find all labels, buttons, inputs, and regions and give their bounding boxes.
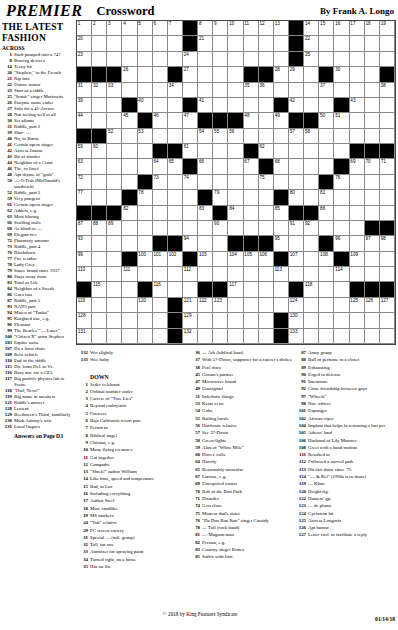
grid-cell[interactable]: 130	[289, 313, 304, 328]
grid-cell[interactable]	[244, 98, 259, 113]
grid-cell[interactable]: 87	[77, 221, 92, 236]
grid-cell[interactable]: 106	[259, 252, 274, 267]
grid-cell[interactable]: 25	[304, 52, 319, 67]
grid-cell[interactable]	[289, 83, 304, 98]
grid-cell[interactable]	[350, 267, 365, 282]
grid-cell[interactable]: 125	[350, 298, 365, 313]
grid-cell[interactable]	[380, 329, 395, 344]
grid-cell[interactable]: 93	[77, 236, 92, 251]
crossword-grid[interactable]: 1234567891011121314151617181920212223242…	[76, 20, 396, 345]
grid-cell[interactable]: 23	[77, 52, 92, 67]
grid-cell[interactable]: 79	[213, 190, 228, 205]
grid-cell[interactable]	[289, 175, 304, 190]
grid-cell[interactable]: 35	[244, 83, 259, 98]
grid-cell[interactable]: 81	[319, 190, 334, 205]
grid-cell[interactable]	[365, 313, 380, 328]
grid-cell[interactable]	[365, 206, 380, 221]
grid-cell[interactable]: 21	[198, 36, 213, 51]
grid-cell[interactable]	[138, 52, 153, 67]
grid-cell[interactable]	[228, 83, 243, 98]
grid-cell[interactable]	[365, 98, 380, 113]
grid-cell[interactable]: 15	[319, 21, 334, 36]
grid-cell[interactable]	[228, 159, 243, 174]
grid-cell[interactable]: 91	[289, 221, 304, 236]
grid-cell[interactable]	[289, 144, 304, 159]
grid-cell[interactable]	[122, 329, 137, 344]
grid-cell[interactable]: 88	[92, 221, 107, 236]
grid-cell[interactable]: 112	[183, 267, 198, 282]
grid-cell[interactable]	[304, 67, 319, 82]
grid-cell[interactable]: 127	[380, 298, 395, 313]
grid-cell[interactable]	[228, 267, 243, 282]
grid-cell[interactable]: 26	[122, 67, 137, 82]
grid-cell[interactable]	[92, 267, 107, 282]
grid-cell[interactable]	[198, 236, 213, 251]
grid-cell[interactable]	[168, 206, 183, 221]
grid-cell[interactable]	[107, 329, 122, 344]
grid-cell[interactable]	[350, 313, 365, 328]
grid-cell[interactable]: 33	[107, 83, 122, 98]
grid-cell[interactable]	[259, 52, 274, 67]
grid-cell[interactable]: 27	[183, 67, 198, 82]
grid-cell[interactable]	[304, 252, 319, 267]
grid-cell[interactable]	[107, 175, 122, 190]
grid-cell[interactable]	[319, 282, 334, 297]
grid-cell[interactable]	[304, 313, 319, 328]
grid-cell[interactable]	[168, 267, 183, 282]
grid-cell[interactable]: 3	[107, 21, 122, 36]
grid-cell[interactable]: 34	[168, 83, 183, 98]
grid-cell[interactable]	[92, 236, 107, 251]
grid-cell[interactable]	[183, 221, 198, 236]
grid-cell[interactable]	[304, 298, 319, 313]
grid-cell[interactable]	[122, 236, 137, 251]
grid-cell[interactable]	[213, 267, 228, 282]
grid-cell[interactable]: 53	[138, 129, 153, 144]
grid-cell[interactable]: 94	[183, 236, 198, 251]
grid-cell[interactable]: 133	[289, 329, 304, 344]
grid-cell[interactable]: 103	[198, 252, 213, 267]
grid-cell[interactable]	[304, 236, 319, 251]
grid-cell[interactable]: 11	[244, 21, 259, 36]
grid-cell[interactable]	[183, 129, 198, 144]
grid-cell[interactable]	[334, 36, 349, 51]
grid-cell[interactable]: 116	[153, 282, 168, 297]
grid-cell[interactable]	[334, 282, 349, 297]
grid-cell[interactable]	[380, 98, 395, 113]
grid-cell[interactable]: 132	[183, 329, 198, 344]
grid-cell[interactable]	[198, 175, 213, 190]
grid-cell[interactable]	[153, 206, 168, 221]
grid-cell[interactable]	[153, 329, 168, 344]
grid-cell[interactable]	[380, 206, 395, 221]
grid-cell[interactable]: 41	[198, 98, 213, 113]
grid-cell[interactable]	[365, 190, 380, 205]
grid-cell[interactable]	[183, 206, 198, 221]
grid-cell[interactable]	[259, 190, 274, 205]
grid-cell[interactable]	[350, 36, 365, 51]
grid-cell[interactable]	[365, 252, 380, 267]
grid-cell[interactable]	[319, 221, 334, 236]
grid-cell[interactable]: 57	[289, 129, 304, 144]
grid-cell[interactable]	[228, 36, 243, 51]
grid-cell[interactable]	[153, 98, 168, 113]
grid-cell[interactable]: 69	[350, 159, 365, 174]
grid-cell[interactable]: 95	[274, 236, 289, 251]
grid-cell[interactable]	[365, 175, 380, 190]
grid-cell[interactable]: 55	[213, 129, 228, 144]
grid-cell[interactable]	[244, 175, 259, 190]
grid-cell[interactable]: 83	[198, 206, 213, 221]
grid-cell[interactable]	[334, 144, 349, 159]
grid-cell[interactable]: 117	[228, 282, 243, 297]
grid-cell[interactable]	[365, 36, 380, 51]
grid-cell[interactable]	[168, 52, 183, 67]
grid-cell[interactable]: 47	[183, 113, 198, 128]
grid-cell[interactable]	[198, 83, 213, 98]
grid-cell[interactable]	[350, 67, 365, 82]
grid-cell[interactable]: 84	[228, 206, 243, 221]
grid-cell[interactable]: 121	[183, 298, 198, 313]
grid-cell[interactable]: 108	[319, 252, 334, 267]
grid-cell[interactable]: 12	[259, 21, 274, 36]
grid-cell[interactable]: 104	[228, 252, 243, 267]
grid-cell[interactable]: 32	[92, 83, 107, 98]
grid-cell[interactable]	[153, 298, 168, 313]
grid-cell[interactable]	[304, 83, 319, 98]
grid-cell[interactable]: 65	[168, 159, 183, 174]
grid-cell[interactable]	[107, 190, 122, 205]
grid-cell[interactable]	[319, 144, 334, 159]
grid-cell[interactable]: 124	[289, 298, 304, 313]
grid-cell[interactable]: 107	[289, 252, 304, 267]
grid-cell[interactable]	[213, 159, 228, 174]
grid-cell[interactable]: 77	[77, 190, 92, 205]
grid-cell[interactable]	[228, 190, 243, 205]
grid-cell[interactable]	[259, 282, 274, 297]
grid-cell[interactable]	[289, 236, 304, 251]
grid-cell[interactable]	[319, 98, 334, 113]
grid-cell[interactable]	[92, 252, 107, 267]
grid-cell[interactable]	[153, 36, 168, 51]
grid-cell[interactable]	[350, 221, 365, 236]
grid-cell[interactable]	[213, 313, 228, 328]
grid-cell[interactable]	[168, 36, 183, 51]
grid-cell[interactable]	[380, 267, 395, 282]
grid-cell[interactable]	[259, 221, 274, 236]
grid-cell[interactable]: 45	[122, 113, 137, 128]
grid-cell[interactable]: 46	[153, 113, 168, 128]
grid-cell[interactable]	[259, 113, 274, 128]
grid-cell[interactable]	[334, 313, 349, 328]
grid-cell[interactable]: 100	[138, 252, 153, 267]
grid-cell[interactable]	[380, 52, 395, 67]
grid-cell[interactable]: 98	[380, 236, 395, 251]
grid-cell[interactable]	[380, 175, 395, 190]
grid-cell[interactable]	[274, 298, 289, 313]
grid-cell[interactable]	[274, 221, 289, 236]
grid-cell[interactable]	[138, 83, 153, 98]
grid-cell[interactable]	[304, 329, 319, 344]
grid-cell[interactable]: 96	[334, 236, 349, 251]
grid-cell[interactable]	[107, 52, 122, 67]
grid-cell[interactable]	[244, 267, 259, 282]
grid-cell[interactable]	[350, 83, 365, 98]
grid-cell[interactable]	[183, 190, 198, 205]
grid-cell[interactable]	[122, 83, 137, 98]
grid-cell[interactable]	[244, 206, 259, 221]
grid-cell[interactable]	[365, 129, 380, 144]
grid-cell[interactable]: 2	[92, 21, 107, 36]
grid-cell[interactable]	[274, 52, 289, 67]
grid-cell[interactable]: 85	[274, 206, 289, 221]
grid-cell[interactable]: 102	[168, 252, 183, 267]
grid-cell[interactable]	[350, 52, 365, 67]
grid-cell[interactable]	[380, 190, 395, 205]
grid-cell[interactable]	[365, 52, 380, 67]
grid-cell[interactable]: 28	[274, 67, 289, 82]
grid-cell[interactable]	[289, 267, 304, 282]
grid-cell[interactable]	[107, 36, 122, 51]
grid-cell[interactable]	[122, 129, 137, 144]
grid-cell[interactable]	[153, 221, 168, 236]
grid-cell[interactable]	[153, 267, 168, 282]
grid-cell[interactable]: 86	[319, 206, 334, 221]
grid-cell[interactable]	[198, 52, 213, 67]
grid-cell[interactable]: 49	[274, 113, 289, 128]
grid-cell[interactable]	[92, 159, 107, 174]
grid-cell[interactable]: 56	[228, 129, 243, 144]
grid-cell[interactable]	[122, 159, 137, 174]
grid-cell[interactable]	[259, 129, 274, 144]
grid-cell[interactable]: 66	[198, 159, 213, 174]
grid-cell[interactable]	[198, 313, 213, 328]
grid-cell[interactable]	[198, 67, 213, 82]
grid-cell[interactable]: 74	[183, 175, 198, 190]
grid-cell[interactable]	[350, 129, 365, 144]
grid-cell[interactable]: 68	[274, 159, 289, 174]
grid-cell[interactable]	[319, 298, 334, 313]
grid-cell[interactable]	[153, 190, 168, 205]
grid-cell[interactable]	[92, 175, 107, 190]
grid-cell[interactable]	[138, 159, 153, 174]
grid-cell[interactable]: 61	[183, 144, 198, 159]
grid-cell[interactable]	[168, 175, 183, 190]
grid-cell[interactable]	[334, 298, 349, 313]
grid-cell[interactable]	[107, 98, 122, 113]
grid-cell[interactable]: 76	[334, 175, 349, 190]
grid-cell[interactable]	[228, 175, 243, 190]
grid-cell[interactable]	[122, 313, 137, 328]
grid-cell[interactable]	[259, 36, 274, 51]
grid-cell[interactable]: 5	[138, 21, 153, 36]
grid-cell[interactable]: 13	[274, 21, 289, 36]
grid-cell[interactable]	[319, 52, 334, 67]
grid-cell[interactable]	[122, 36, 137, 51]
grid-cell[interactable]	[319, 129, 334, 144]
grid-cell[interactable]: 51	[334, 113, 349, 128]
grid-cell[interactable]	[107, 159, 122, 174]
grid-cell[interactable]: 64	[153, 159, 168, 174]
grid-cell[interactable]: 19	[380, 21, 395, 36]
grid-cell[interactable]: 22	[304, 36, 319, 51]
grid-cell[interactable]: 99	[77, 252, 92, 267]
grid-cell[interactable]	[92, 313, 107, 328]
grid-cell[interactable]	[334, 52, 349, 67]
grid-cell[interactable]: 110	[77, 267, 92, 282]
grid-cell[interactable]	[274, 129, 289, 144]
grid-cell[interactable]	[380, 252, 395, 267]
grid-cell[interactable]	[107, 298, 122, 313]
grid-cell[interactable]: 7	[168, 21, 183, 36]
grid-cell[interactable]	[213, 83, 228, 98]
grid-cell[interactable]: 30	[334, 67, 349, 82]
grid-cell[interactable]	[198, 144, 213, 159]
grid-cell[interactable]: 75	[259, 175, 274, 190]
grid-cell[interactable]	[92, 36, 107, 51]
grid-cell[interactable]	[334, 190, 349, 205]
grid-cell[interactable]	[198, 221, 213, 236]
grid-cell[interactable]	[122, 52, 137, 67]
grid-cell[interactable]	[213, 175, 228, 190]
grid-cell[interactable]	[334, 129, 349, 144]
grid-cell[interactable]	[244, 298, 259, 313]
grid-cell[interactable]: 122	[198, 298, 213, 313]
grid-cell[interactable]: 105	[244, 252, 259, 267]
grid-cell[interactable]	[350, 329, 365, 344]
grid-cell[interactable]	[350, 113, 365, 128]
grid-cell[interactable]	[228, 144, 243, 159]
grid-cell[interactable]	[319, 36, 334, 51]
grid-cell[interactable]: 62	[259, 144, 274, 159]
grid-cell[interactable]: 4	[122, 21, 137, 36]
grid-cell[interactable]: 119	[77, 298, 92, 313]
grid-cell[interactable]	[213, 36, 228, 51]
grid-cell[interactable]: 90	[213, 221, 228, 236]
grid-cell[interactable]	[138, 236, 153, 251]
grid-cell[interactable]	[304, 144, 319, 159]
grid-cell[interactable]: 129	[183, 313, 198, 328]
grid-cell[interactable]	[244, 282, 259, 297]
grid-cell[interactable]	[304, 175, 319, 190]
grid-cell[interactable]	[122, 221, 137, 236]
grid-cell[interactable]: 31	[77, 83, 92, 98]
grid-cell[interactable]	[138, 36, 153, 51]
grid-cell[interactable]	[122, 175, 137, 190]
grid-cell[interactable]	[259, 313, 274, 328]
grid-cell[interactable]: 89	[107, 221, 122, 236]
grid-cell[interactable]	[319, 159, 334, 174]
grid-cell[interactable]: 40	[138, 98, 153, 113]
grid-cell[interactable]	[153, 83, 168, 98]
grid-cell[interactable]	[153, 313, 168, 328]
grid-cell[interactable]: 42	[289, 98, 304, 113]
grid-cell[interactable]	[365, 329, 380, 344]
grid-cell[interactable]	[274, 36, 289, 51]
grid-cell[interactable]	[228, 52, 243, 67]
grid-cell[interactable]: 24	[183, 52, 198, 67]
grid-cell[interactable]	[274, 175, 289, 190]
grid-cell[interactable]: 63	[77, 159, 92, 174]
grid-cell[interactable]: 111	[122, 267, 137, 282]
grid-cell[interactable]	[365, 267, 380, 282]
grid-cell[interactable]: 67	[244, 159, 259, 174]
grid-cell[interactable]	[198, 329, 213, 344]
grid-cell[interactable]	[122, 298, 137, 313]
grid-cell[interactable]	[153, 67, 168, 82]
grid-cell[interactable]	[380, 313, 395, 328]
grid-cell[interactable]	[304, 190, 319, 205]
grid-cell[interactable]	[228, 298, 243, 313]
grid-cell[interactable]	[228, 98, 243, 113]
grid-cell[interactable]	[122, 282, 137, 297]
grid-cell[interactable]	[168, 129, 183, 144]
grid-cell[interactable]: 8	[198, 21, 213, 36]
grid-cell[interactable]	[92, 52, 107, 67]
grid-cell[interactable]	[213, 236, 228, 251]
grid-cell[interactable]: 72	[77, 175, 92, 190]
grid-cell[interactable]	[319, 313, 334, 328]
grid-cell[interactable]	[259, 206, 274, 221]
grid-cell[interactable]	[244, 221, 259, 236]
grid-cell[interactable]: 131	[77, 329, 92, 344]
grid-cell[interactable]	[107, 313, 122, 328]
grid-cell[interactable]	[138, 67, 153, 82]
grid-cell[interactable]: 128	[77, 313, 92, 328]
grid-cell[interactable]	[334, 221, 349, 236]
grid-cell[interactable]	[228, 221, 243, 236]
grid-cell[interactable]	[107, 113, 122, 128]
grid-cell[interactable]: 82	[122, 206, 137, 221]
grid-cell[interactable]	[107, 252, 122, 267]
grid-cell[interactable]: 60	[92, 144, 107, 159]
grid-cell[interactable]	[274, 282, 289, 297]
grid-cell[interactable]: 39	[77, 98, 92, 113]
grid-cell[interactable]: 78	[138, 190, 153, 205]
grid-cell[interactable]: 113	[274, 267, 289, 282]
grid-cell[interactable]	[153, 52, 168, 67]
grid-cell[interactable]: 44	[77, 113, 92, 128]
grid-cell[interactable]	[168, 113, 183, 128]
grid-cell[interactable]: 109	[350, 252, 365, 267]
grid-cell[interactable]	[138, 221, 153, 236]
grid-cell[interactable]: 20	[77, 36, 92, 51]
grid-cell[interactable]	[365, 67, 380, 82]
grid-cell[interactable]: 71	[380, 159, 395, 174]
grid-cell[interactable]	[350, 206, 365, 221]
grid-cell[interactable]	[198, 267, 213, 282]
grid-cell[interactable]: 29	[289, 67, 304, 82]
grid-cell[interactable]	[244, 36, 259, 51]
grid-cell[interactable]	[183, 83, 198, 98]
grid-cell[interactable]	[92, 98, 107, 113]
grid-cell[interactable]: 97	[365, 236, 380, 251]
grid-cell[interactable]	[138, 144, 153, 159]
grid-cell[interactable]	[213, 52, 228, 67]
grid-cell[interactable]	[168, 190, 183, 205]
grid-cell[interactable]	[304, 98, 319, 113]
grid-cell[interactable]	[244, 129, 259, 144]
grid-cell[interactable]: 43	[350, 98, 365, 113]
grid-cell[interactable]: 14	[304, 21, 319, 36]
grid-cell[interactable]: 118	[304, 282, 319, 297]
grid-cell[interactable]: 123	[213, 298, 228, 313]
grid-cell[interactable]	[213, 329, 228, 344]
grid-cell[interactable]	[138, 329, 153, 344]
grid-cell[interactable]	[168, 282, 183, 297]
grid-cell[interactable]: 10	[228, 21, 243, 36]
grid-cell[interactable]: 52	[107, 129, 122, 144]
